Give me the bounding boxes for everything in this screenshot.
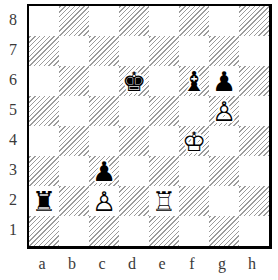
chess-diagram: 87654321 ♚♝♟♙♔♟♜♙♖ abcdefgh — [0, 0, 278, 280]
rank-label-1: 1 — [0, 215, 26, 245]
square-d4[interactable] — [119, 126, 149, 156]
square-g8[interactable] — [209, 6, 239, 36]
file-label-e: e — [147, 251, 177, 277]
square-h6[interactable] — [239, 66, 269, 96]
square-g5[interactable]: ♙ — [209, 96, 239, 126]
square-g1[interactable] — [209, 216, 239, 246]
square-e4[interactable] — [149, 126, 179, 156]
square-f3[interactable] — [179, 156, 209, 186]
rank-label-5: 5 — [0, 95, 26, 125]
rank-label-4: 4 — [0, 125, 26, 155]
square-g2[interactable] — [209, 186, 239, 216]
white-king-f4: ♔ — [179, 126, 209, 156]
black-rook-a2: ♜ — [29, 186, 59, 216]
square-d2[interactable] — [119, 186, 149, 216]
square-f2[interactable] — [179, 186, 209, 216]
square-e5[interactable] — [149, 96, 179, 126]
square-h1[interactable] — [239, 216, 269, 246]
white-pawn-g5: ♙ — [209, 96, 239, 126]
file-label-f: f — [177, 251, 207, 277]
rank-label-2: 2 — [0, 185, 26, 215]
rank-label-6: 6 — [0, 65, 26, 95]
square-a8[interactable] — [29, 6, 59, 36]
square-c7[interactable] — [89, 36, 119, 66]
file-label-a: a — [27, 251, 57, 277]
square-c2[interactable]: ♙ — [89, 186, 119, 216]
square-h8[interactable] — [239, 6, 269, 36]
square-f8[interactable] — [179, 6, 209, 36]
square-h7[interactable] — [239, 36, 269, 66]
black-pawn-g6: ♟ — [209, 66, 239, 96]
square-c4[interactable] — [89, 126, 119, 156]
rank-labels: 87654321 — [0, 5, 26, 245]
square-e8[interactable] — [149, 6, 179, 36]
square-c6[interactable] — [89, 66, 119, 96]
square-f1[interactable] — [179, 216, 209, 246]
square-b8[interactable] — [59, 6, 89, 36]
file-label-b: b — [57, 251, 87, 277]
square-c5[interactable] — [89, 96, 119, 126]
rank-label-3: 3 — [0, 155, 26, 185]
file-label-d: d — [117, 251, 147, 277]
black-king-d6: ♚ — [119, 66, 149, 96]
square-d7[interactable] — [119, 36, 149, 66]
square-c3[interactable]: ♟ — [89, 156, 119, 186]
square-f7[interactable] — [179, 36, 209, 66]
square-c8[interactable] — [89, 6, 119, 36]
square-h5[interactable] — [239, 96, 269, 126]
square-b7[interactable] — [59, 36, 89, 66]
square-b1[interactable] — [59, 216, 89, 246]
square-a5[interactable] — [29, 96, 59, 126]
white-pawn-c2: ♙ — [89, 186, 119, 216]
file-label-c: c — [87, 251, 117, 277]
file-labels: abcdefgh — [27, 251, 270, 277]
square-d6[interactable]: ♚ — [119, 66, 149, 96]
square-h4[interactable] — [239, 126, 269, 156]
square-f5[interactable] — [179, 96, 209, 126]
square-b5[interactable] — [59, 96, 89, 126]
file-label-g: g — [207, 251, 237, 277]
square-c1[interactable] — [89, 216, 119, 246]
square-a3[interactable] — [29, 156, 59, 186]
square-g4[interactable] — [209, 126, 239, 156]
square-a7[interactable] — [29, 36, 59, 66]
square-g3[interactable] — [209, 156, 239, 186]
square-b4[interactable] — [59, 126, 89, 156]
square-e3[interactable] — [149, 156, 179, 186]
square-d5[interactable] — [119, 96, 149, 126]
rank-label-7: 7 — [0, 35, 26, 65]
square-b3[interactable] — [59, 156, 89, 186]
square-e7[interactable] — [149, 36, 179, 66]
file-label-h: h — [237, 251, 267, 277]
square-h3[interactable] — [239, 156, 269, 186]
black-bishop-f6: ♝ — [179, 66, 209, 96]
square-g7[interactable] — [209, 36, 239, 66]
square-a2[interactable]: ♜ — [29, 186, 59, 216]
square-a4[interactable] — [29, 126, 59, 156]
black-pawn-c3: ♟ — [89, 156, 119, 186]
square-a1[interactable] — [29, 216, 59, 246]
rank-label-8: 8 — [0, 5, 26, 35]
square-e1[interactable] — [149, 216, 179, 246]
square-f4[interactable]: ♔ — [179, 126, 209, 156]
square-d8[interactable] — [119, 6, 149, 36]
chess-board: ♚♝♟♙♔♟♜♙♖ — [27, 4, 272, 249]
square-d1[interactable] — [119, 216, 149, 246]
square-e2[interactable]: ♖ — [149, 186, 179, 216]
square-f6[interactable]: ♝ — [179, 66, 209, 96]
square-a6[interactable] — [29, 66, 59, 96]
square-h2[interactable] — [239, 186, 269, 216]
square-b6[interactable] — [59, 66, 89, 96]
square-e6[interactable] — [149, 66, 179, 96]
white-rook-e2: ♖ — [149, 186, 179, 216]
square-d3[interactable] — [119, 156, 149, 186]
square-b2[interactable] — [59, 186, 89, 216]
square-g6[interactable]: ♟ — [209, 66, 239, 96]
